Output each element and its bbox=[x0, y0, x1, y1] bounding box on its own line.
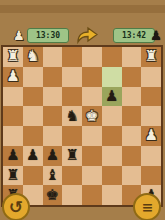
square-d5[interactable]: ♞ bbox=[62, 106, 82, 126]
white-pawn-icon: ♟ bbox=[13, 27, 25, 45]
piece-white-pawn[interactable]: ♟ bbox=[144, 128, 157, 143]
square-g5[interactable] bbox=[122, 106, 142, 126]
piece-black-rook[interactable]: ♜ bbox=[6, 168, 19, 183]
piece-white-pawn[interactable]: ♟ bbox=[6, 69, 19, 84]
square-h8[interactable]: ♜ bbox=[141, 47, 161, 67]
piece-white-rook[interactable]: ♜ bbox=[144, 49, 157, 64]
square-e5[interactable]: ♚ bbox=[82, 106, 102, 126]
square-d2[interactable] bbox=[62, 166, 82, 186]
square-f5[interactable] bbox=[102, 106, 122, 126]
square-c4[interactable] bbox=[43, 126, 63, 146]
square-c8[interactable] bbox=[43, 47, 63, 67]
square-c3[interactable]: ♟ bbox=[43, 146, 63, 166]
square-d1[interactable] bbox=[62, 185, 82, 205]
square-e4[interactable] bbox=[82, 126, 102, 146]
square-h5[interactable] bbox=[141, 106, 161, 126]
square-b8[interactable]: ♞ bbox=[23, 47, 43, 67]
square-e7[interactable] bbox=[82, 67, 102, 87]
piece-black-rook[interactable]: ♜ bbox=[65, 148, 78, 163]
square-b3[interactable]: ♟ bbox=[23, 146, 43, 166]
piece-white-king[interactable]: ♚ bbox=[85, 109, 98, 124]
square-c2[interactable]: ♝ bbox=[43, 166, 63, 186]
undo-button[interactable]: ↺ bbox=[2, 193, 30, 220]
square-h2[interactable] bbox=[141, 166, 161, 186]
square-b6[interactable] bbox=[23, 87, 43, 107]
piece-black-bishop[interactable]: ♝ bbox=[46, 168, 59, 183]
square-d4[interactable] bbox=[62, 126, 82, 146]
square-f2[interactable] bbox=[102, 166, 122, 186]
square-f1[interactable] bbox=[102, 185, 122, 205]
square-f3[interactable] bbox=[102, 146, 122, 166]
square-b7[interactable] bbox=[23, 67, 43, 87]
square-h7[interactable] bbox=[141, 67, 161, 87]
piece-black-knight[interactable]: ♞ bbox=[65, 109, 78, 124]
square-d7[interactable] bbox=[62, 67, 82, 87]
square-d6[interactable] bbox=[62, 87, 82, 107]
piece-white-knight[interactable]: ♞ bbox=[26, 49, 39, 64]
square-h4[interactable]: ♟ bbox=[141, 126, 161, 146]
square-b5[interactable] bbox=[23, 106, 43, 126]
square-e8[interactable] bbox=[82, 47, 102, 67]
square-g8[interactable] bbox=[122, 47, 142, 67]
square-a3[interactable]: ♟ bbox=[3, 146, 23, 166]
top-banner-strip bbox=[0, 5, 165, 13]
black-pawn-icon: ♟ bbox=[150, 27, 162, 45]
square-a6[interactable] bbox=[3, 87, 23, 107]
square-b2[interactable] bbox=[23, 166, 43, 186]
piece-black-pawn[interactable]: ♟ bbox=[46, 148, 59, 163]
chess-board[interactable]: ♜♞♜♟♟♞♚♟♟♟♟♜♜♝♜♚♟ bbox=[3, 47, 161, 205]
back-arrow-icon[interactable] bbox=[76, 26, 98, 46]
clock-bar: ♟ 13:30 13:42 ♟ bbox=[0, 26, 165, 46]
white-clock: 13:30 bbox=[27, 28, 69, 43]
square-c5[interactable] bbox=[43, 106, 63, 126]
menu-button[interactable]: ≡ bbox=[133, 193, 161, 220]
square-a7[interactable]: ♟ bbox=[3, 67, 23, 87]
chess-board-frame: ♜♞♜♟♟♞♚♟♟♟♟♜♜♝♜♚♟ bbox=[1, 45, 163, 207]
square-d3[interactable]: ♜ bbox=[62, 146, 82, 166]
square-d8[interactable] bbox=[62, 47, 82, 67]
square-g3[interactable] bbox=[122, 146, 142, 166]
square-f8[interactable] bbox=[102, 47, 122, 67]
square-g7[interactable] bbox=[122, 67, 142, 87]
square-e1[interactable] bbox=[82, 185, 102, 205]
square-c7[interactable] bbox=[43, 67, 63, 87]
square-e6[interactable] bbox=[82, 87, 102, 107]
piece-black-pawn[interactable]: ♟ bbox=[6, 148, 19, 163]
piece-black-king[interactable]: ♚ bbox=[46, 188, 59, 203]
square-e2[interactable] bbox=[82, 166, 102, 186]
square-c6[interactable] bbox=[43, 87, 63, 107]
square-g4[interactable] bbox=[122, 126, 142, 146]
square-b4[interactable] bbox=[23, 126, 43, 146]
piece-black-pawn[interactable]: ♟ bbox=[26, 148, 39, 163]
square-f4[interactable] bbox=[102, 126, 122, 146]
square-f6[interactable]: ♟ bbox=[102, 87, 122, 107]
square-c1[interactable]: ♚ bbox=[43, 185, 63, 205]
square-a5[interactable] bbox=[3, 106, 23, 126]
square-h3[interactable] bbox=[141, 146, 161, 166]
square-a8[interactable]: ♜ bbox=[3, 47, 23, 67]
piece-white-rook[interactable]: ♜ bbox=[6, 49, 19, 64]
square-h6[interactable] bbox=[141, 87, 161, 107]
square-a2[interactable]: ♜ bbox=[3, 166, 23, 186]
square-f7[interactable] bbox=[102, 67, 122, 87]
square-g6[interactable] bbox=[122, 87, 142, 107]
square-g2[interactable] bbox=[122, 166, 142, 186]
square-a4[interactable] bbox=[3, 126, 23, 146]
square-e3[interactable] bbox=[82, 146, 102, 166]
black-clock: 13:42 bbox=[113, 28, 155, 43]
piece-black-pawn[interactable]: ♟ bbox=[105, 89, 118, 104]
